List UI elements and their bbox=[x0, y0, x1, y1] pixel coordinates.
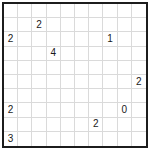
cell-r1c2: 2 bbox=[32, 18, 46, 32]
cell-r8c6: 2 bbox=[89, 118, 103, 132]
cell-r0c6[interactable] bbox=[89, 4, 103, 18]
cell-r2c8[interactable] bbox=[118, 32, 132, 46]
cell-r4c1[interactable] bbox=[18, 61, 32, 75]
cell-r6c3[interactable] bbox=[47, 89, 61, 103]
cell-r1c4[interactable] bbox=[61, 18, 75, 32]
cell-r2c6[interactable] bbox=[89, 32, 103, 46]
cell-r0c5[interactable] bbox=[75, 4, 89, 18]
cell-r9c0: 3 bbox=[4, 132, 18, 146]
clue-number: 2 bbox=[8, 34, 14, 44]
cell-r9c2[interactable] bbox=[32, 132, 46, 146]
cell-r6c0[interactable] bbox=[4, 89, 18, 103]
cell-r6c8[interactable] bbox=[118, 89, 132, 103]
cell-r3c5[interactable] bbox=[75, 47, 89, 61]
cell-r7c3[interactable] bbox=[47, 103, 61, 117]
cell-r4c4[interactable] bbox=[61, 61, 75, 75]
cell-r8c9[interactable] bbox=[132, 118, 146, 132]
cell-r9c4[interactable] bbox=[61, 132, 75, 146]
cell-r7c0: 2 bbox=[4, 103, 18, 117]
cell-r1c3[interactable] bbox=[47, 18, 61, 32]
cell-r3c1[interactable] bbox=[18, 47, 32, 61]
cell-r9c3[interactable] bbox=[47, 132, 61, 146]
cell-r7c5[interactable] bbox=[75, 103, 89, 117]
cell-r6c7[interactable] bbox=[103, 89, 117, 103]
cell-r9c7[interactable] bbox=[103, 132, 117, 146]
cell-r9c8[interactable] bbox=[118, 132, 132, 146]
clue-number: 3 bbox=[8, 134, 14, 144]
cell-r1c6[interactable] bbox=[89, 18, 103, 32]
cell-r4c5[interactable] bbox=[75, 61, 89, 75]
cell-r9c9[interactable] bbox=[132, 132, 146, 146]
cell-r7c7[interactable] bbox=[103, 103, 117, 117]
puzzle-board: 221422023 bbox=[2, 2, 148, 148]
cell-r2c4[interactable] bbox=[61, 32, 75, 46]
cell-r5c4[interactable] bbox=[61, 75, 75, 89]
cell-r1c5[interactable] bbox=[75, 18, 89, 32]
cell-r2c7: 1 bbox=[103, 32, 117, 46]
clue-number: 0 bbox=[121, 105, 127, 115]
clue-number: 2 bbox=[136, 77, 142, 87]
cell-r6c4[interactable] bbox=[61, 89, 75, 103]
cell-r7c6[interactable] bbox=[89, 103, 103, 117]
cell-r7c2[interactable] bbox=[32, 103, 46, 117]
cell-r6c2[interactable] bbox=[32, 89, 46, 103]
cell-r6c5[interactable] bbox=[75, 89, 89, 103]
cell-r8c3[interactable] bbox=[47, 118, 61, 132]
cell-r2c0: 2 bbox=[4, 32, 18, 46]
cell-r4c7[interactable] bbox=[103, 61, 117, 75]
cell-r5c3[interactable] bbox=[47, 75, 61, 89]
cell-r0c7[interactable] bbox=[103, 4, 117, 18]
cell-r9c6[interactable] bbox=[89, 132, 103, 146]
cell-r3c3: 4 bbox=[47, 47, 61, 61]
cell-r2c3[interactable] bbox=[47, 32, 61, 46]
cell-r2c5[interactable] bbox=[75, 32, 89, 46]
cell-r8c2[interactable] bbox=[32, 118, 46, 132]
cell-r5c6[interactable] bbox=[89, 75, 103, 89]
cell-r5c8[interactable] bbox=[118, 75, 132, 89]
clue-number: 1 bbox=[107, 34, 113, 44]
cell-r1c9[interactable] bbox=[132, 18, 146, 32]
cell-r1c7[interactable] bbox=[103, 18, 117, 32]
cell-r8c0[interactable] bbox=[4, 118, 18, 132]
cell-r9c5[interactable] bbox=[75, 132, 89, 146]
cell-r2c1[interactable] bbox=[18, 32, 32, 46]
cell-r7c8: 0 bbox=[118, 103, 132, 117]
cell-r4c6[interactable] bbox=[89, 61, 103, 75]
cell-r3c0[interactable] bbox=[4, 47, 18, 61]
cell-r1c1[interactable] bbox=[18, 18, 32, 32]
cell-r7c4[interactable] bbox=[61, 103, 75, 117]
cell-r2c9[interactable] bbox=[132, 32, 146, 46]
cell-r5c1[interactable] bbox=[18, 75, 32, 89]
cell-r9c1[interactable] bbox=[18, 132, 32, 146]
cell-r8c1[interactable] bbox=[18, 118, 32, 132]
cell-r4c8[interactable] bbox=[118, 61, 132, 75]
cell-r5c5[interactable] bbox=[75, 75, 89, 89]
cell-r3c8[interactable] bbox=[118, 47, 132, 61]
cell-r8c4[interactable] bbox=[61, 118, 75, 132]
cell-r1c0[interactable] bbox=[4, 18, 18, 32]
clue-number: 2 bbox=[36, 20, 42, 30]
cell-r0c0[interactable] bbox=[4, 4, 18, 18]
cell-r5c7[interactable] bbox=[103, 75, 117, 89]
cell-r8c8[interactable] bbox=[118, 118, 132, 132]
cell-r8c7[interactable] bbox=[103, 118, 117, 132]
cell-r4c2[interactable] bbox=[32, 61, 46, 75]
cell-r4c0[interactable] bbox=[4, 61, 18, 75]
cell-r0c4[interactable] bbox=[61, 4, 75, 18]
cell-r3c2[interactable] bbox=[32, 47, 46, 61]
cell-r3c9[interactable] bbox=[132, 47, 146, 61]
cell-r0c3[interactable] bbox=[47, 4, 61, 18]
clue-number: 2 bbox=[93, 119, 99, 129]
cell-r0c8[interactable] bbox=[118, 4, 132, 18]
cell-r5c0[interactable] bbox=[4, 75, 18, 89]
cell-r0c9[interactable] bbox=[132, 4, 146, 18]
cell-r0c2[interactable] bbox=[32, 4, 46, 18]
cell-r1c8[interactable] bbox=[118, 18, 132, 32]
clue-number: 2 bbox=[8, 105, 14, 115]
cell-r5c9: 2 bbox=[132, 75, 146, 89]
cell-r6c1[interactable] bbox=[18, 89, 32, 103]
clue-number: 4 bbox=[50, 48, 56, 58]
cell-r4c9[interactable] bbox=[132, 61, 146, 75]
cell-r7c1[interactable] bbox=[18, 103, 32, 117]
cell-r2c2[interactable] bbox=[32, 32, 46, 46]
cell-r3c6[interactable] bbox=[89, 47, 103, 61]
cell-r4c3[interactable] bbox=[47, 61, 61, 75]
cell-r8c5[interactable] bbox=[75, 118, 89, 132]
cell-r5c2[interactable] bbox=[32, 75, 46, 89]
cell-r6c9[interactable] bbox=[132, 89, 146, 103]
cell-r7c9[interactable] bbox=[132, 103, 146, 117]
cell-r3c7[interactable] bbox=[103, 47, 117, 61]
cell-r6c6[interactable] bbox=[89, 89, 103, 103]
cell-r0c1[interactable] bbox=[18, 4, 32, 18]
cell-r3c4[interactable] bbox=[61, 47, 75, 61]
